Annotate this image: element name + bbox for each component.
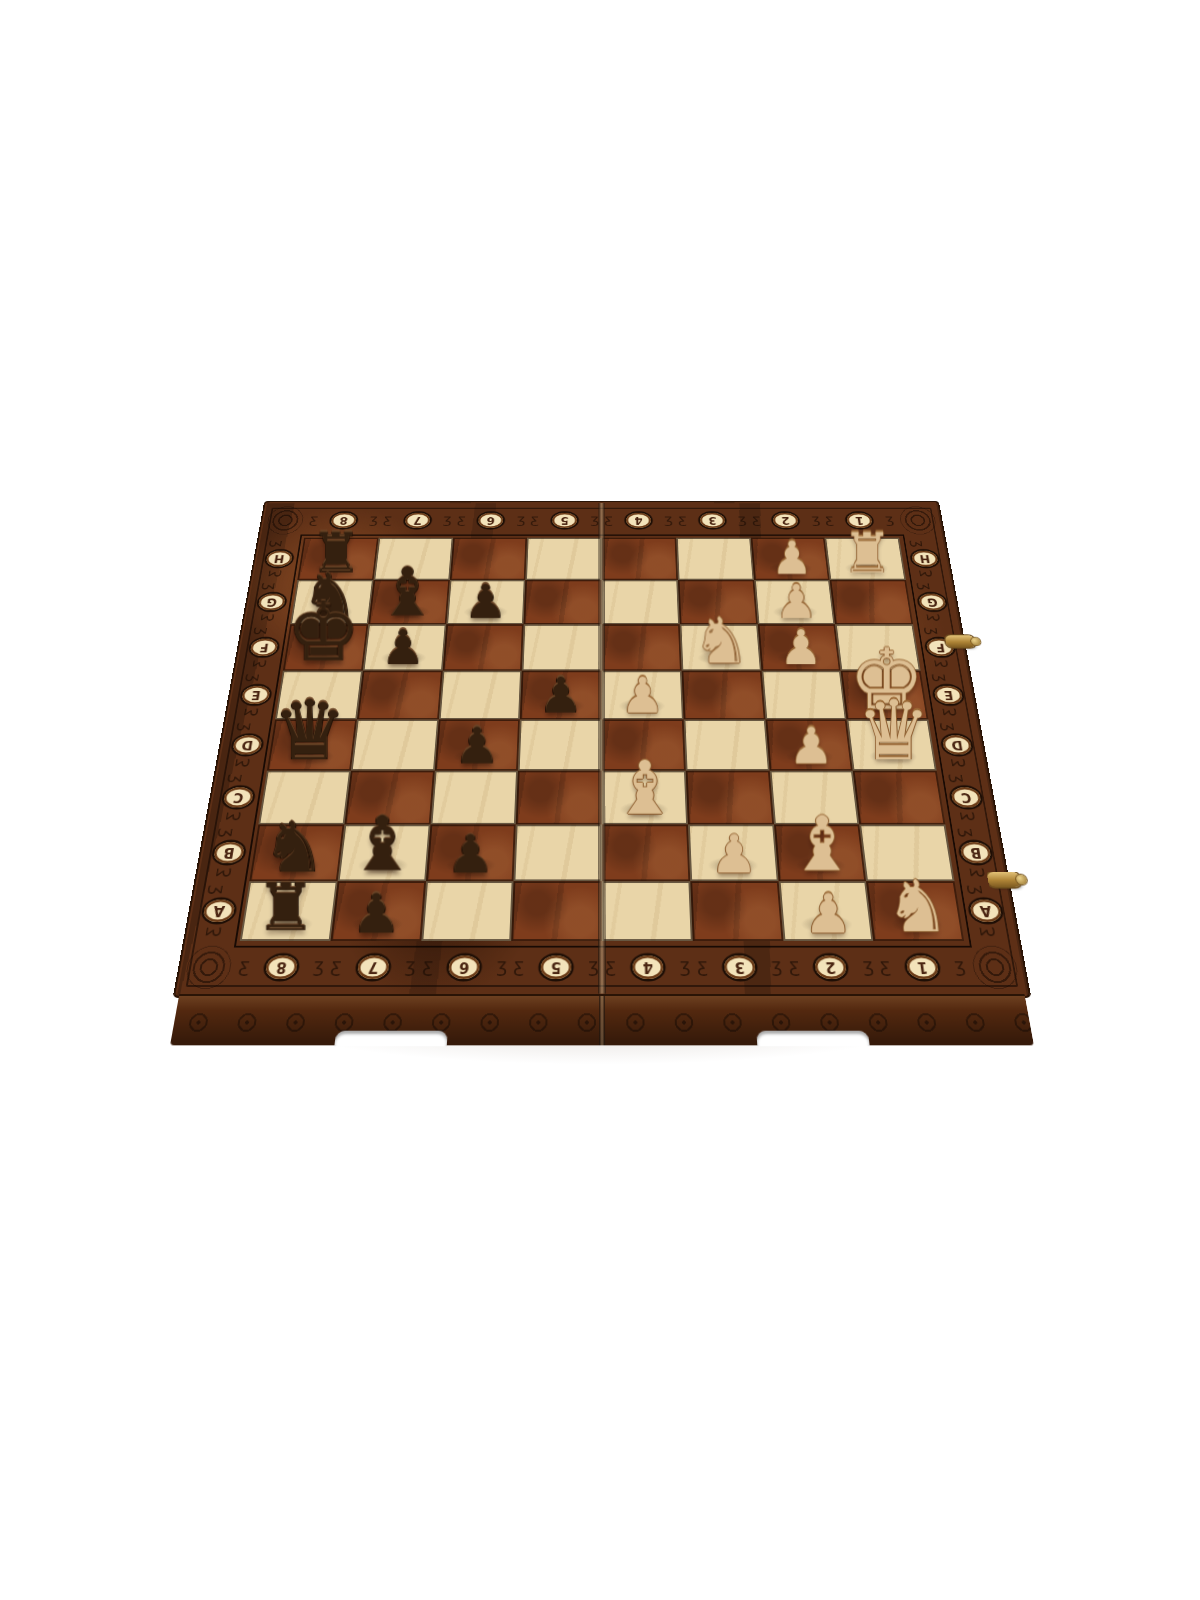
piece-white-pawn-a2: ♟ bbox=[783, 889, 873, 939]
piece-black-pawn-b6: ♟ bbox=[426, 831, 514, 880]
square-a6 bbox=[421, 881, 514, 941]
square-f2: ♟ bbox=[757, 624, 840, 670]
file-left-label-D: D bbox=[231, 735, 262, 754]
file-left-label-G: G bbox=[257, 594, 286, 611]
square-g5 bbox=[524, 580, 602, 624]
file-right-label-E: E bbox=[933, 686, 963, 704]
square-g4 bbox=[602, 580, 680, 624]
file-right-label-H: H bbox=[911, 551, 939, 567]
piece-black-bishop-g7: ♝ bbox=[369, 562, 447, 624]
piece-white-pawn-g2: ♟ bbox=[757, 580, 835, 623]
rank-top-label-3: 3 bbox=[699, 513, 725, 528]
square-h3 bbox=[676, 538, 754, 580]
square-f5 bbox=[522, 624, 602, 670]
rank-bottom-label-3: 3 bbox=[723, 955, 755, 979]
file-right-label-G: G bbox=[918, 594, 947, 611]
square-e7 bbox=[357, 671, 443, 720]
square-f8: ♚ bbox=[283, 624, 368, 670]
square-c1 bbox=[853, 771, 945, 825]
square-d2: ♟ bbox=[765, 720, 853, 771]
chess-board: 87654321 87654321 HGFEDCBA HGFEDCBA ♜♟♜♞… bbox=[175, 502, 1029, 996]
piece-black-queen-d8: ♛ bbox=[268, 693, 351, 769]
piece-white-pawn-d2: ♟ bbox=[769, 723, 853, 769]
square-g1 bbox=[830, 580, 913, 624]
rank-top-label-2: 2 bbox=[773, 513, 799, 528]
piece-white-pawn-e4: ♟ bbox=[602, 673, 684, 718]
rank-bottom-label-7: 7 bbox=[356, 955, 389, 979]
square-b3: ♟ bbox=[688, 825, 778, 882]
file-right-label-D: D bbox=[941, 735, 972, 754]
border-ornament-cell: C bbox=[937, 771, 996, 825]
piece-white-bishop-c4: ♝ bbox=[602, 755, 688, 823]
chess-board-scene: 87654321 87654321 HGFEDCBA HGFEDCBA ♜♟♜♞… bbox=[0, 372, 1200, 1112]
piece-white-rook-h1: ♜ bbox=[829, 528, 905, 579]
square-f3: ♞ bbox=[680, 624, 762, 670]
square-a1: ♞ bbox=[866, 881, 964, 941]
rank-top-label-7: 7 bbox=[404, 513, 430, 528]
square-e2 bbox=[761, 671, 847, 720]
piece-white-bishop-b2: ♝ bbox=[778, 810, 866, 880]
front-face-seam bbox=[599, 996, 605, 1045]
board-front-face bbox=[170, 994, 1034, 1045]
piece-black-pawn-g6: ♟ bbox=[446, 580, 524, 623]
file-left-label-H: H bbox=[265, 551, 293, 567]
square-g2: ♟ bbox=[754, 580, 835, 624]
file-right-label-A: A bbox=[968, 900, 1002, 922]
rank-top-label-5: 5 bbox=[552, 513, 577, 528]
border-ornament-cell: 4 bbox=[602, 503, 676, 537]
border-ornament-cell: A bbox=[955, 881, 1017, 941]
border-ornament-cell: 7 bbox=[324, 941, 421, 994]
brass-latch-icon bbox=[986, 872, 1021, 887]
square-f7: ♟ bbox=[363, 624, 446, 670]
piece-black-king-f8: ♚ bbox=[284, 594, 364, 670]
piece-black-bishop-b7: ♝ bbox=[338, 810, 426, 880]
border-ornament-cell: 5 bbox=[509, 941, 602, 994]
square-c6 bbox=[430, 771, 518, 825]
square-h5 bbox=[526, 538, 602, 580]
border-ornament-cell: 6 bbox=[417, 941, 512, 994]
file-left-label-B: B bbox=[212, 842, 245, 863]
piece-black-rook-a8: ♜ bbox=[241, 878, 331, 939]
square-b6: ♟ bbox=[426, 825, 516, 882]
piece-black-pawn-d6: ♟ bbox=[435, 723, 519, 769]
piece-black-pawn-f7: ♟ bbox=[363, 625, 443, 669]
square-f4 bbox=[602, 624, 682, 670]
square-f6 bbox=[442, 624, 524, 670]
square-h4 bbox=[602, 538, 678, 580]
square-d8: ♛ bbox=[267, 720, 357, 771]
piece-white-knight-a1: ♞ bbox=[873, 873, 963, 939]
square-h1: ♜ bbox=[825, 538, 906, 580]
piece-white-pawn-b3: ♟ bbox=[690, 831, 778, 880]
square-d5 bbox=[518, 720, 602, 771]
piece-white-pawn-h2: ♟ bbox=[754, 537, 830, 579]
frame-corner-scroll-icon bbox=[964, 941, 1026, 994]
border-ornament-cell: 5 bbox=[527, 503, 601, 537]
frame-corner-scroll-icon bbox=[177, 941, 239, 994]
piece-white-queen-d1: ♛ bbox=[852, 693, 935, 769]
file-left-label-A: A bbox=[202, 900, 236, 922]
file-left-label-C: C bbox=[222, 787, 254, 807]
border-ornament-cell: G bbox=[906, 580, 958, 624]
square-a3 bbox=[690, 881, 783, 941]
front-notch bbox=[757, 1031, 870, 1047]
file-left-label-E: E bbox=[240, 686, 270, 704]
square-d1: ♛ bbox=[847, 720, 937, 771]
square-b2: ♝ bbox=[774, 825, 867, 882]
piece-white-pawn-f2: ♟ bbox=[761, 625, 841, 669]
border-ornament-cell: D bbox=[928, 720, 985, 771]
square-c4: ♝ bbox=[602, 771, 688, 825]
rank-bottom-label-2: 2 bbox=[815, 955, 848, 979]
square-b7: ♝ bbox=[337, 825, 430, 882]
square-a5 bbox=[511, 881, 602, 941]
border-ornament-cell: 8 bbox=[231, 941, 330, 994]
square-e4: ♟ bbox=[602, 671, 684, 720]
border-ornament-cell: 2 bbox=[783, 941, 880, 994]
piece-black-pawn-e5: ♟ bbox=[520, 673, 602, 718]
border-ornament-cell: 3 bbox=[692, 941, 787, 994]
hinge-seam bbox=[598, 503, 606, 994]
rank-bottom-label-6: 6 bbox=[448, 955, 480, 979]
square-e5: ♟ bbox=[520, 671, 602, 720]
file-left-label-F: F bbox=[249, 639, 278, 656]
rank-top-label-6: 6 bbox=[478, 513, 504, 528]
rank-bottom-label-5: 5 bbox=[541, 955, 572, 979]
front-notch bbox=[334, 1031, 447, 1047]
piece-black-pawn-a7: ♟ bbox=[331, 889, 421, 939]
square-a7: ♟ bbox=[330, 881, 425, 941]
square-b5 bbox=[514, 825, 602, 882]
rank-top-label-4: 4 bbox=[626, 513, 651, 528]
rank-bottom-label-4: 4 bbox=[632, 955, 663, 979]
border-ornament-cell: D bbox=[218, 720, 275, 771]
square-g6: ♟ bbox=[446, 580, 526, 624]
file-right-label-C: C bbox=[950, 787, 982, 807]
square-a2: ♟ bbox=[778, 881, 873, 941]
square-a8: ♜ bbox=[240, 881, 338, 941]
border-ornament-cell: 3 bbox=[675, 503, 751, 537]
border-ornament-cell: 6 bbox=[453, 503, 529, 537]
square-d6: ♟ bbox=[434, 720, 520, 771]
square-d7 bbox=[351, 720, 439, 771]
square-c3 bbox=[686, 771, 774, 825]
file-right-label-B: B bbox=[959, 842, 992, 863]
border-ornament-cell: 7 bbox=[378, 503, 455, 537]
border-ornament-cell: 4 bbox=[602, 941, 695, 994]
border-ornament-cell: 1 bbox=[874, 941, 973, 994]
rank-bottom-label-1: 1 bbox=[906, 955, 940, 979]
border-ornament-cell: H bbox=[899, 538, 950, 580]
square-a4 bbox=[602, 881, 693, 941]
square-e3 bbox=[681, 671, 765, 720]
square-g7: ♝ bbox=[368, 580, 449, 624]
rank-bottom-label-8: 8 bbox=[264, 955, 298, 979]
square-c5 bbox=[516, 771, 602, 825]
piece-white-knight-f3: ♞ bbox=[681, 611, 761, 669]
square-b4 bbox=[602, 825, 690, 882]
square-d3 bbox=[683, 720, 769, 771]
border-ornament-cell: F bbox=[236, 624, 290, 670]
square-e6 bbox=[438, 671, 522, 720]
